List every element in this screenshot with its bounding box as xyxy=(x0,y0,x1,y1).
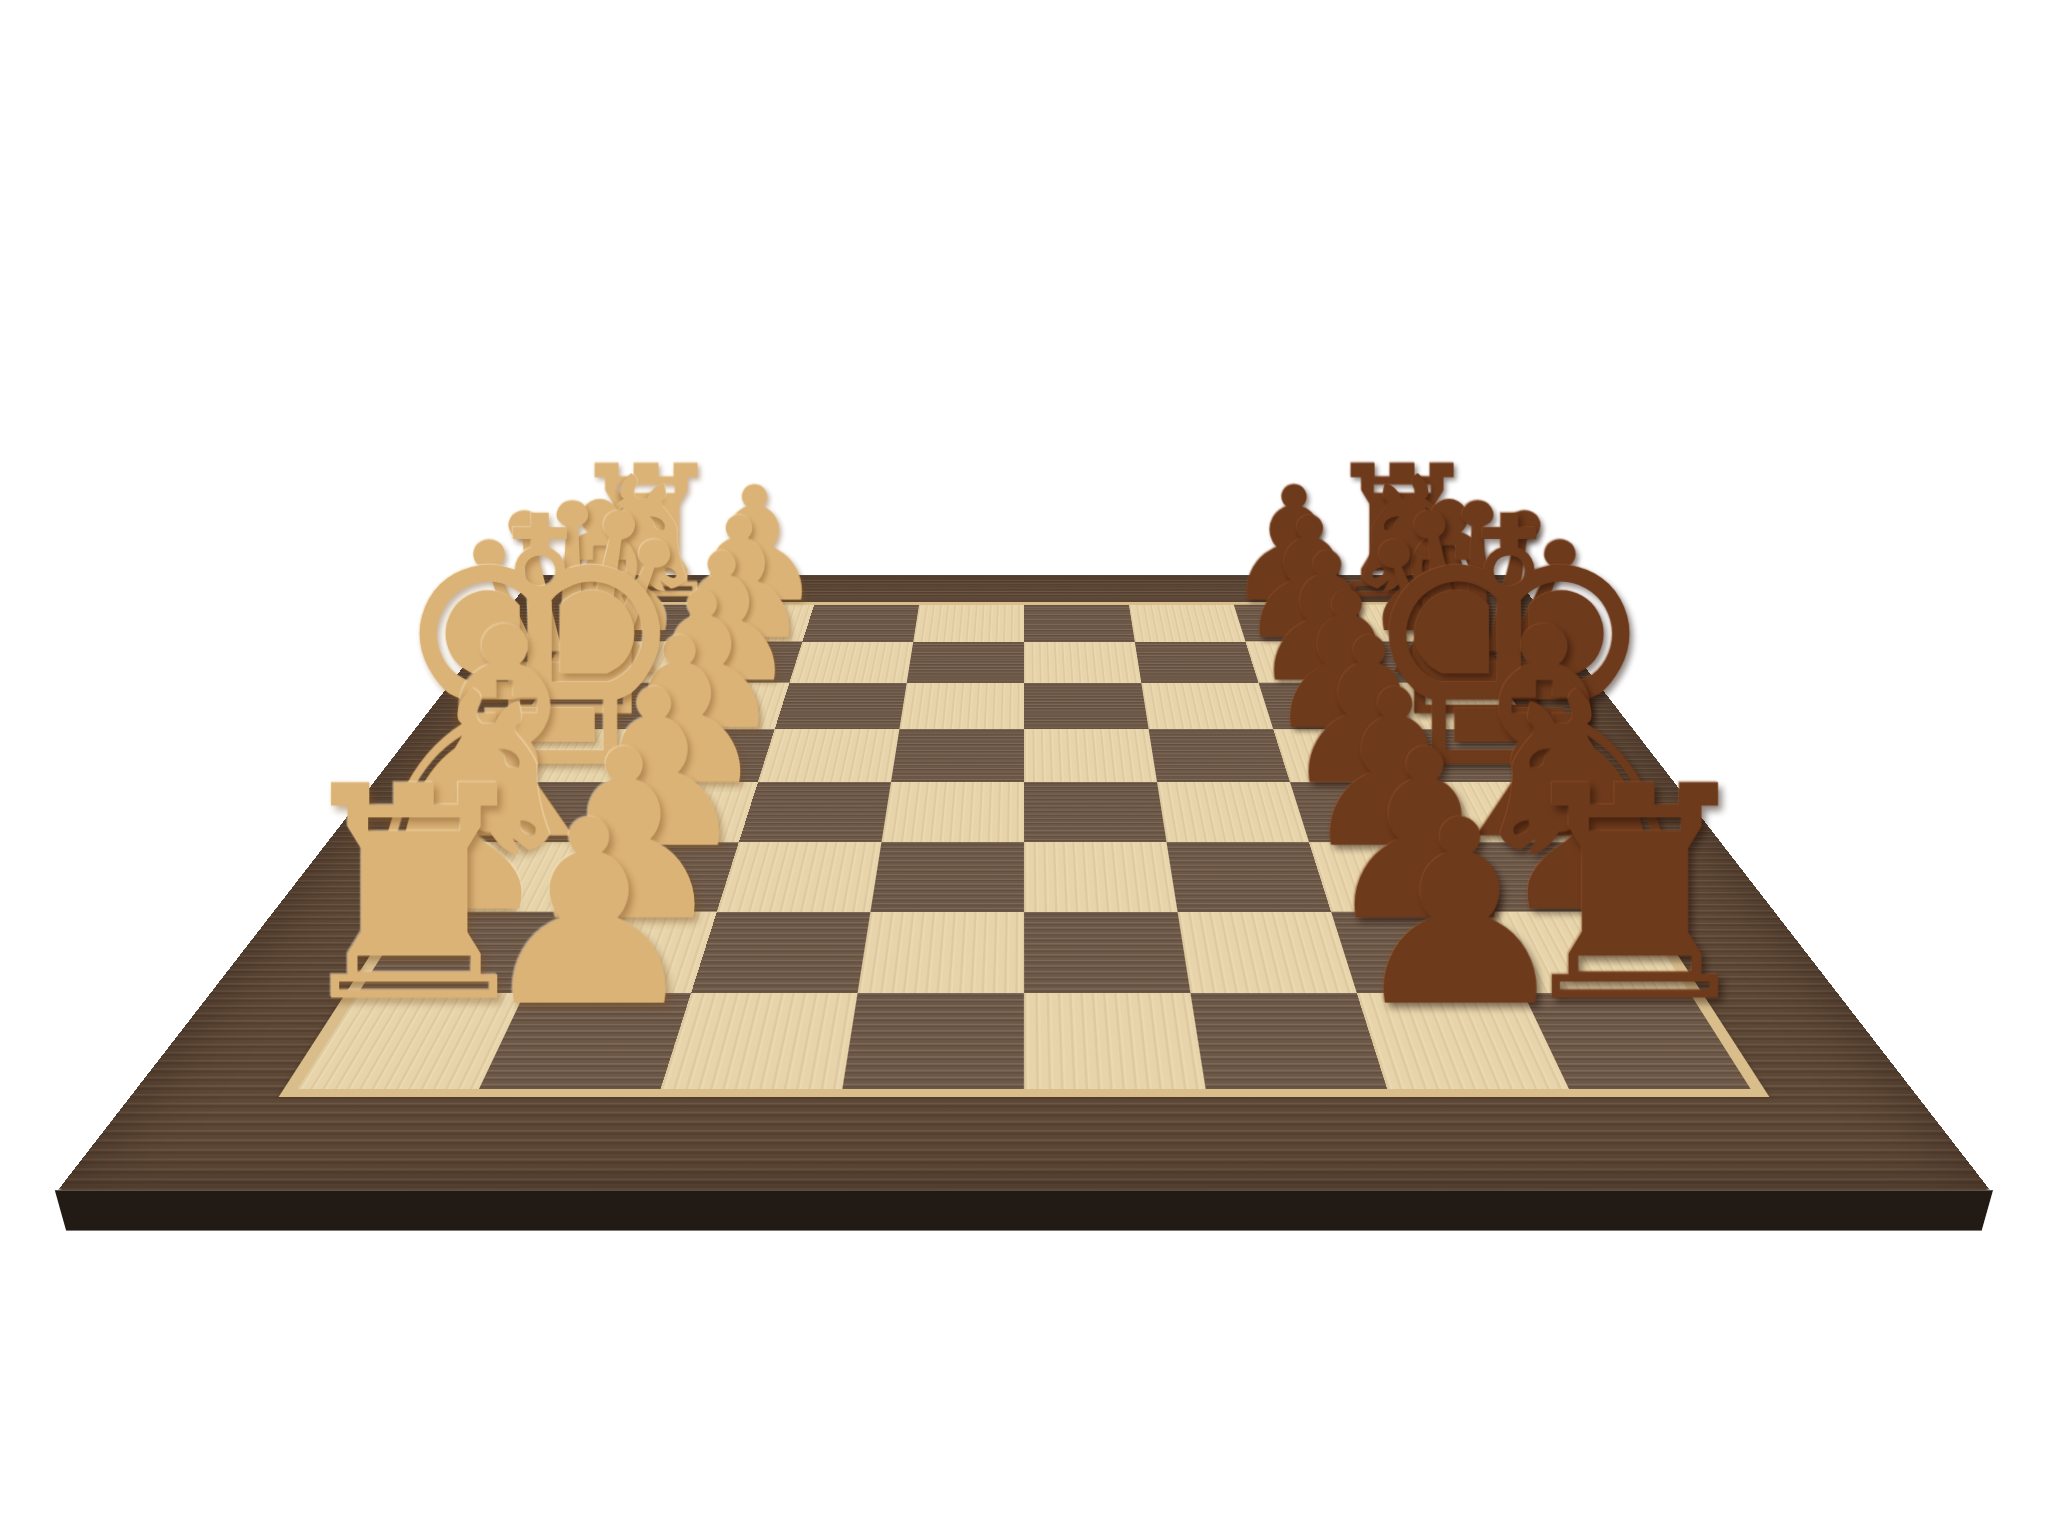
square-g5[interactable] xyxy=(1024,912,1190,993)
square-d4[interactable] xyxy=(891,729,1024,782)
square-h4[interactable] xyxy=(842,993,1024,1089)
white-rook[interactable]: ♜ xyxy=(282,748,546,1043)
square-a5[interactable] xyxy=(1024,605,1135,642)
chess-photo-scene: ♜♟♟♜♞♟♟♞♝♟♟♝♛♟♟♛♚♟♟♚♝♟♟♝♞♟♟♞♜♟♟♜ xyxy=(0,0,2048,1535)
square-g4[interactable] xyxy=(858,912,1024,993)
square-e4[interactable] xyxy=(881,782,1024,842)
square-b4[interactable] xyxy=(907,642,1024,683)
perspective-wrapper: ♜♟♟♜♞♟♟♞♝♟♟♝♛♟♟♛♚♟♟♚♝♟♟♝♞♟♟♞♜♟♟♜ xyxy=(374,132,1674,1432)
square-d5[interactable] xyxy=(1024,729,1157,782)
square-a4[interactable] xyxy=(913,605,1024,642)
square-e5[interactable] xyxy=(1024,782,1167,842)
square-h5[interactable] xyxy=(1024,993,1206,1089)
black-rook[interactable]: ♜ xyxy=(1502,748,1766,1043)
board-side-edge xyxy=(55,1190,1993,1230)
board-squares: ♜♟♟♜♞♟♟♞♝♟♟♝♛♟♟♛♚♟♟♚♝♟♟♝♞♟♟♞♜♟♟♜ xyxy=(297,605,1750,1089)
chess-board: ♜♟♟♜♞♟♟♞♝♟♟♝♛♟♟♛♚♟♟♚♝♟♟♝♞♟♟♞♜♟♟♜ xyxy=(58,575,1990,1190)
square-f4[interactable] xyxy=(870,842,1024,912)
maple-trim-border: ♜♟♟♜♞♟♟♞♝♟♟♝♛♟♟♛♚♟♟♚♝♟♟♝♞♟♟♞♜♟♟♜ xyxy=(279,602,1770,1097)
square-c5[interactable] xyxy=(1024,683,1149,729)
square-f5[interactable] xyxy=(1024,842,1178,912)
square-b5[interactable] xyxy=(1024,642,1141,683)
square-c4[interactable] xyxy=(899,683,1024,729)
